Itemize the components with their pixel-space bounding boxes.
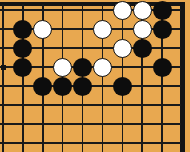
white-stone[interactable] [113,1,132,20]
white-stone[interactable] [133,1,152,20]
white-stone[interactable] [53,58,72,77]
go-board[interactable] [0,0,190,152]
black-stone[interactable] [153,20,172,39]
grid-hline [0,123,181,125]
black-stone[interactable] [13,58,32,77]
grid-vline [2,4,4,152]
white-stone[interactable] [33,20,52,39]
grid-hline [0,104,181,106]
white-stone[interactable] [93,58,112,77]
grid-hline [0,142,181,144]
white-stone[interactable] [133,20,152,39]
black-stone[interactable] [53,77,72,96]
black-stone[interactable] [73,58,92,77]
black-stone[interactable] [153,1,172,20]
black-stone[interactable] [73,77,92,96]
white-stone[interactable] [93,20,112,39]
black-stone[interactable] [33,77,52,96]
black-stone[interactable] [153,58,172,77]
black-stone[interactable] [113,77,132,96]
black-stone[interactable] [133,39,152,58]
white-stone[interactable] [113,39,132,58]
black-stone[interactable] [13,20,32,39]
board-right-edge [180,2,185,152]
black-stone[interactable] [13,39,32,58]
hoshi-star-point [1,65,6,70]
